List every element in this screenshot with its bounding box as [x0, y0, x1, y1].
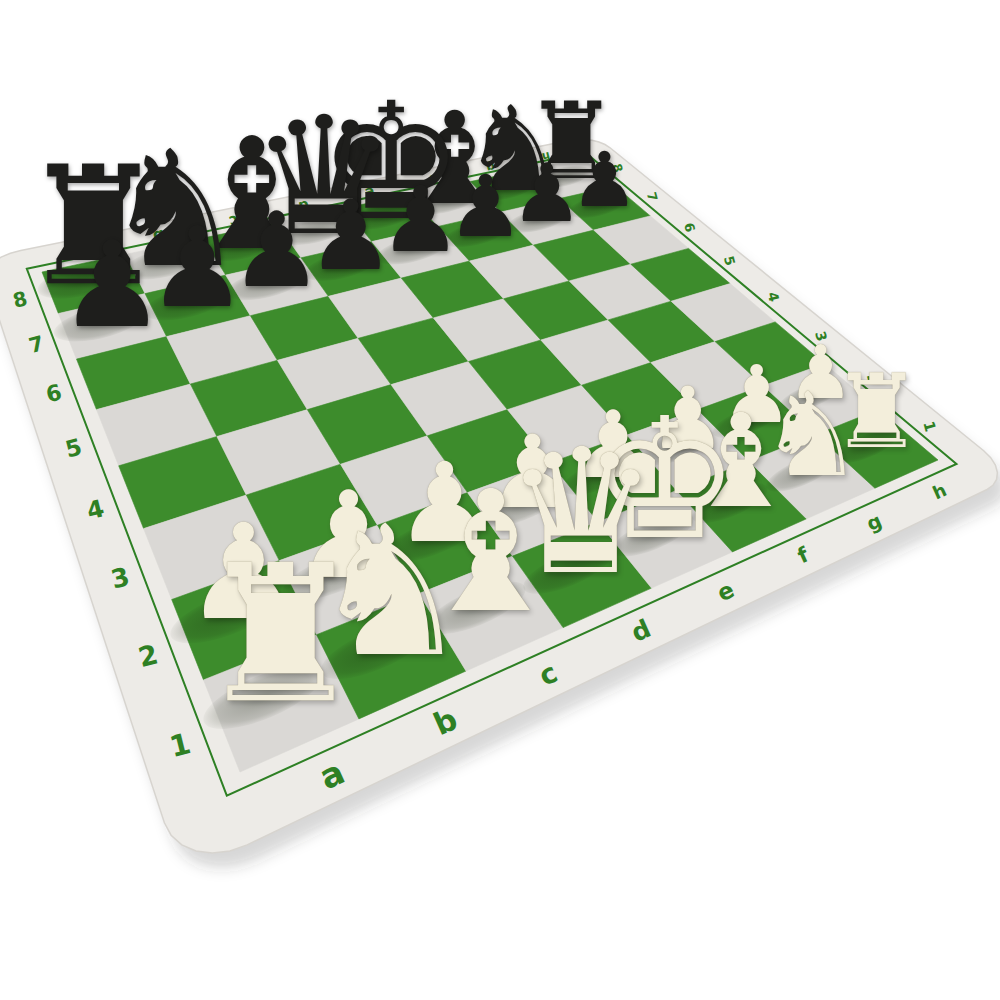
chessboard-photo: 8877665544332211aabbccddeeffgghh ♜︎♞︎♝︎♟…: [0, 0, 1000, 1000]
chessboard-mat: 8877665544332211aabbccddeeffgghh: [0, 0, 1000, 1000]
